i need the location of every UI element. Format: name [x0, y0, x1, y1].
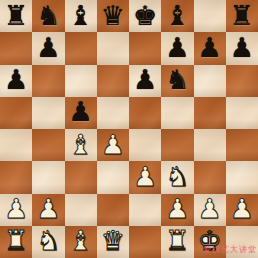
square-d3[interactable]: [97, 161, 129, 193]
square-c2[interactable]: [65, 194, 97, 226]
square-a8[interactable]: ♜: [0, 0, 32, 32]
chess-board: ♜♞♝♛♚♝♜♟♟♟♟♟♟♞♟♝♟♟♞♟♟♟♟♟♜♞♝♛♜♚ 爱棋艺大讲堂: [0, 0, 258, 258]
piece-white-pawn: ♟: [36, 195, 60, 222]
square-h2[interactable]: ♟: [226, 194, 258, 226]
piece-white-pawn: ♟: [230, 195, 254, 222]
square-e7[interactable]: [129, 32, 161, 64]
piece-black-pawn: ♟: [198, 34, 222, 61]
board-grid: ♜♞♝♛♚♝♜♟♟♟♟♟♟♞♟♝♟♟♞♟♟♟♟♟♜♞♝♛♜♚: [0, 0, 258, 258]
square-a1[interactable]: ♜: [0, 226, 32, 258]
square-c6[interactable]: [65, 65, 97, 97]
square-f7[interactable]: ♟: [161, 32, 193, 64]
square-b6[interactable]: [32, 65, 64, 97]
piece-white-king: ♚: [198, 227, 222, 254]
square-b8[interactable]: ♞: [32, 0, 64, 32]
square-h5[interactable]: [226, 97, 258, 129]
square-g3[interactable]: [194, 161, 226, 193]
square-b1[interactable]: ♞: [32, 226, 64, 258]
square-h4[interactable]: [226, 129, 258, 161]
piece-white-pawn: ♟: [4, 195, 28, 222]
square-e3[interactable]: ♟: [129, 161, 161, 193]
square-a3[interactable]: [0, 161, 32, 193]
square-a7[interactable]: [0, 32, 32, 64]
square-e1[interactable]: [129, 226, 161, 258]
piece-white-bishop: ♝: [69, 131, 93, 158]
square-f5[interactable]: [161, 97, 193, 129]
square-d7[interactable]: [97, 32, 129, 64]
square-g4[interactable]: [194, 129, 226, 161]
square-b3[interactable]: [32, 161, 64, 193]
square-c4[interactable]: ♝: [65, 129, 97, 161]
square-d2[interactable]: [97, 194, 129, 226]
piece-white-queen: ♛: [101, 227, 125, 254]
square-c1[interactable]: ♝: [65, 226, 97, 258]
piece-black-knight: ♞: [165, 66, 189, 93]
piece-black-pawn: ♟: [69, 98, 93, 125]
square-f3[interactable]: ♞: [161, 161, 193, 193]
square-g1[interactable]: ♚: [194, 226, 226, 258]
square-a6[interactable]: ♟: [0, 65, 32, 97]
square-d6[interactable]: [97, 65, 129, 97]
piece-white-pawn: ♟: [133, 163, 157, 190]
piece-black-bishop: ♝: [69, 2, 93, 29]
square-h3[interactable]: [226, 161, 258, 193]
square-b4[interactable]: [32, 129, 64, 161]
square-g5[interactable]: [194, 97, 226, 129]
square-h8[interactable]: ♜: [226, 0, 258, 32]
square-e4[interactable]: [129, 129, 161, 161]
piece-white-knight: ♞: [36, 227, 60, 254]
square-b2[interactable]: ♟: [32, 194, 64, 226]
piece-white-bishop: ♝: [69, 227, 93, 254]
square-g8[interactable]: [194, 0, 226, 32]
square-c5[interactable]: ♟: [65, 97, 97, 129]
square-c3[interactable]: [65, 161, 97, 193]
square-h7[interactable]: ♟: [226, 32, 258, 64]
square-e2[interactable]: [129, 194, 161, 226]
square-h6[interactable]: [226, 65, 258, 97]
square-d8[interactable]: ♛: [97, 0, 129, 32]
piece-white-pawn: ♟: [101, 131, 125, 158]
square-f4[interactable]: [161, 129, 193, 161]
square-d5[interactable]: [97, 97, 129, 129]
piece-black-king: ♚: [133, 2, 157, 29]
square-b7[interactable]: ♟: [32, 32, 64, 64]
square-e6[interactable]: ♟: [129, 65, 161, 97]
square-f8[interactable]: ♝: [161, 0, 193, 32]
square-b5[interactable]: [32, 97, 64, 129]
square-h1[interactable]: [226, 226, 258, 258]
piece-black-rook: ♜: [4, 2, 28, 29]
square-f6[interactable]: ♞: [161, 65, 193, 97]
piece-black-queen: ♛: [101, 2, 125, 29]
square-e8[interactable]: ♚: [129, 0, 161, 32]
piece-black-pawn: ♟: [133, 66, 157, 93]
piece-black-pawn: ♟: [36, 34, 60, 61]
square-e5[interactable]: [129, 97, 161, 129]
piece-black-pawn: ♟: [165, 34, 189, 61]
piece-white-pawn: ♟: [165, 195, 189, 222]
square-a2[interactable]: ♟: [0, 194, 32, 226]
square-a5[interactable]: [0, 97, 32, 129]
piece-white-pawn: ♟: [198, 195, 222, 222]
square-c8[interactable]: ♝: [65, 0, 97, 32]
square-d1[interactable]: ♛: [97, 226, 129, 258]
piece-black-knight: ♞: [36, 2, 60, 29]
piece-black-pawn: ♟: [4, 66, 28, 93]
square-f2[interactable]: ♟: [161, 194, 193, 226]
square-f1[interactable]: ♜: [161, 226, 193, 258]
piece-white-rook: ♜: [4, 227, 28, 254]
square-g6[interactable]: [194, 65, 226, 97]
piece-white-knight: ♞: [165, 163, 189, 190]
square-a4[interactable]: [0, 129, 32, 161]
piece-white-rook: ♜: [165, 227, 189, 254]
square-g7[interactable]: ♟: [194, 32, 226, 64]
piece-black-bishop: ♝: [165, 2, 189, 29]
square-c7[interactable]: [65, 32, 97, 64]
square-g2[interactable]: ♟: [194, 194, 226, 226]
piece-black-rook: ♜: [230, 2, 254, 29]
square-d4[interactable]: ♟: [97, 129, 129, 161]
piece-black-pawn: ♟: [230, 34, 254, 61]
